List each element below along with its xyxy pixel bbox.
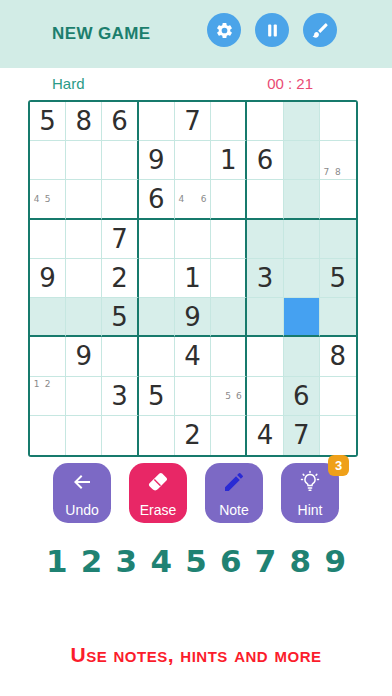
cell-r3c5[interactable]: 46 xyxy=(175,180,211,219)
cell-r2c3[interactable] xyxy=(102,141,138,180)
cell-r8c1[interactable]: 12 xyxy=(30,377,66,416)
cell-r1c4[interactable] xyxy=(139,102,175,141)
cell-r8c5[interactable] xyxy=(175,377,211,416)
cell-value: 2 xyxy=(184,422,201,448)
cell-r4c8[interactable] xyxy=(284,220,320,259)
cell-r6c5[interactable]: 9 xyxy=(175,298,211,337)
cell-r8c3[interactable]: 3 xyxy=(102,377,138,416)
cell-value: 6 xyxy=(148,186,165,212)
cell-r9c5[interactable]: 2 xyxy=(175,416,211,455)
cell-r2c9[interactable]: 78 xyxy=(320,141,356,180)
cell-r6c4[interactable] xyxy=(139,298,175,337)
lightbulb-icon xyxy=(298,470,322,494)
cell-value: 5 xyxy=(111,304,128,330)
cell-r3c3[interactable] xyxy=(102,180,138,219)
cell-value: 5 xyxy=(330,265,347,291)
cell-value: 5 xyxy=(39,108,56,134)
numpad-5[interactable]: 5 xyxy=(185,543,207,580)
gear-icon xyxy=(215,21,234,40)
cell-r5c9[interactable]: 5 xyxy=(320,259,356,298)
erase-label: Erase xyxy=(140,502,177,518)
cell-value: 7 xyxy=(184,108,201,134)
cell-r1c8[interactable] xyxy=(284,102,320,141)
cell-r9c8[interactable]: 7 xyxy=(284,416,320,455)
cell-r2c6[interactable]: 1 xyxy=(211,141,247,180)
cell-r3c7[interactable] xyxy=(247,180,283,219)
cell-r5c1[interactable]: 9 xyxy=(30,259,66,298)
hint-count-badge: 3 xyxy=(328,455,349,476)
cell-value: 3 xyxy=(111,383,128,409)
cell-r2c4[interactable]: 9 xyxy=(139,141,175,180)
cell-r4c2[interactable] xyxy=(66,220,102,259)
cell-r9c6[interactable] xyxy=(211,416,247,455)
cell-r5c2[interactable] xyxy=(66,259,102,298)
cell-notes: 46 xyxy=(176,181,209,216)
cell-value: 9 xyxy=(76,343,93,369)
cell-r1c9[interactable] xyxy=(320,102,356,141)
cell-value: 9 xyxy=(39,265,56,291)
cell-value: 2 xyxy=(111,265,128,291)
cell-r2c8[interactable] xyxy=(284,141,320,180)
cell-r9c2[interactable] xyxy=(66,416,102,455)
footer-message: Use notes, hints and more xyxy=(0,643,392,667)
hint-label: Hint xyxy=(298,502,323,518)
cell-r6c9[interactable] xyxy=(320,298,356,337)
cell-r1c2[interactable]: 8 xyxy=(66,102,102,141)
numberpad: 123456789 xyxy=(46,543,346,580)
cell-value: 8 xyxy=(330,343,347,369)
cell-r4c9[interactable] xyxy=(320,220,356,259)
cell-r7c1[interactable] xyxy=(30,337,66,376)
cell-notes: 45 xyxy=(31,181,64,216)
cell-value: 1 xyxy=(220,147,237,173)
cell-r4c3[interactable]: 7 xyxy=(102,220,138,259)
cell-r7c4[interactable] xyxy=(139,337,175,376)
timer: 00 : 21 xyxy=(267,68,313,98)
cell-r5c3[interactable]: 2 xyxy=(102,259,138,298)
cell-r2c1[interactable] xyxy=(30,141,66,180)
cell-r4c1[interactable] xyxy=(30,220,66,259)
cell-value: 6 xyxy=(111,108,128,134)
cell-r2c5[interactable] xyxy=(175,141,211,180)
difficulty-label: Hard xyxy=(52,68,85,98)
note-label: Note xyxy=(219,502,249,518)
cell-r7c7[interactable] xyxy=(247,337,283,376)
header-bar: NEW GAME xyxy=(0,0,392,68)
cell-r3c6[interactable] xyxy=(211,180,247,219)
cell-r9c4[interactable] xyxy=(139,416,175,455)
numpad-6[interactable]: 6 xyxy=(220,543,242,580)
pencil-icon xyxy=(222,470,246,494)
numpad-2[interactable]: 2 xyxy=(81,543,103,580)
cell-value: 3 xyxy=(257,265,274,291)
cell-r2c2[interactable] xyxy=(66,141,102,180)
cell-r8c2[interactable] xyxy=(66,377,102,416)
cell-r8c9[interactable] xyxy=(320,377,356,416)
cell-r7c3[interactable] xyxy=(102,337,138,376)
hint-button[interactable]: 3 Hint xyxy=(281,463,339,523)
cell-r3c4[interactable]: 6 xyxy=(139,180,175,219)
cell-value: 9 xyxy=(148,147,165,173)
cell-r4c6[interactable] xyxy=(211,220,247,259)
pause-icon xyxy=(263,21,282,40)
cell-r8c6[interactable]: 56 xyxy=(211,377,247,416)
cell-r1c7[interactable] xyxy=(247,102,283,141)
cell-r6c7[interactable] xyxy=(247,298,283,337)
cell-notes: 78 xyxy=(321,142,355,178)
cell-r6c6[interactable] xyxy=(211,298,247,337)
cell-notes: 12 xyxy=(31,378,64,414)
cell-r5c5[interactable]: 1 xyxy=(175,259,211,298)
cell-value: 4 xyxy=(257,422,274,448)
cell-value: 6 xyxy=(257,147,274,173)
toolbar: Undo Erase Note 3 Hint xyxy=(0,463,392,523)
cell-value: 7 xyxy=(293,422,310,448)
settings-button[interactable] xyxy=(207,13,241,47)
cell-notes: 56 xyxy=(212,378,244,414)
note-button[interactable]: Note xyxy=(205,463,263,523)
cell-r3c8[interactable] xyxy=(284,180,320,219)
cell-r5c8[interactable] xyxy=(284,259,320,298)
pause-button[interactable] xyxy=(255,13,289,47)
eraser-icon xyxy=(146,470,170,494)
cell-r8c7[interactable] xyxy=(247,377,283,416)
cell-r4c7[interactable] xyxy=(247,220,283,259)
cell-r6c2[interactable] xyxy=(66,298,102,337)
cell-value: 4 xyxy=(184,343,201,369)
sudoku-board: 58679167845646792135599481235566247 xyxy=(28,100,358,457)
cell-r7c5[interactable]: 4 xyxy=(175,337,211,376)
cell-r7c6[interactable] xyxy=(211,337,247,376)
undo-arrow-icon xyxy=(70,470,94,494)
cell-r5c4[interactable] xyxy=(139,259,175,298)
cell-r6c3[interactable]: 5 xyxy=(102,298,138,337)
cell-value: 7 xyxy=(111,226,128,252)
cell-r7c8[interactable] xyxy=(284,337,320,376)
cell-r5c7[interactable]: 3 xyxy=(247,259,283,298)
cell-r4c4[interactable] xyxy=(139,220,175,259)
numpad-7[interactable]: 7 xyxy=(255,543,277,580)
status-bar: Hard 00 : 21 xyxy=(0,68,392,98)
erase-button[interactable]: Erase xyxy=(129,463,187,523)
cell-r3c2[interactable] xyxy=(66,180,102,219)
numpad-4[interactable]: 4 xyxy=(150,543,172,580)
cell-r2c7[interactable]: 6 xyxy=(247,141,283,180)
numpad-8[interactable]: 8 xyxy=(290,543,312,580)
undo-button[interactable]: Undo xyxy=(53,463,111,523)
paintbrush-icon xyxy=(311,21,330,40)
cell-r6c8[interactable] xyxy=(284,298,320,337)
cell-value: 1 xyxy=(184,265,201,291)
cell-value: 8 xyxy=(76,108,93,134)
cell-value: 9 xyxy=(184,304,201,330)
cell-r1c5[interactable]: 7 xyxy=(175,102,211,141)
cell-r1c3[interactable]: 6 xyxy=(102,102,138,141)
cell-r5c6[interactable] xyxy=(211,259,247,298)
cell-r6c1[interactable] xyxy=(30,298,66,337)
cell-r9c3[interactable] xyxy=(102,416,138,455)
cell-r9c9[interactable] xyxy=(320,416,356,455)
theme-button[interactable] xyxy=(303,13,337,47)
cell-r9c1[interactable] xyxy=(30,416,66,455)
cell-r8c4[interactable]: 5 xyxy=(139,377,175,416)
numpad-3[interactable]: 3 xyxy=(116,543,138,580)
page-title: NEW GAME xyxy=(52,0,151,68)
cell-r7c9[interactable]: 8 xyxy=(320,337,356,376)
numpad-1[interactable]: 1 xyxy=(46,543,68,580)
numpad-9[interactable]: 9 xyxy=(324,543,346,580)
cell-r8c8[interactable]: 6 xyxy=(284,377,320,416)
cell-r1c1[interactable]: 5 xyxy=(30,102,66,141)
cell-value: 5 xyxy=(148,383,165,409)
cell-r3c9[interactable] xyxy=(320,180,356,219)
cell-r1c6[interactable] xyxy=(211,102,247,141)
cell-r4c5[interactable] xyxy=(175,220,211,259)
cell-r7c2[interactable]: 9 xyxy=(66,337,102,376)
cell-r9c7[interactable]: 4 xyxy=(247,416,283,455)
cell-r3c1[interactable]: 45 xyxy=(30,180,66,219)
cell-value: 6 xyxy=(293,383,310,409)
undo-label: Undo xyxy=(65,502,98,518)
